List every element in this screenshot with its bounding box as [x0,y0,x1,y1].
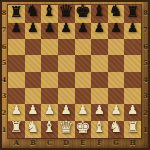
square-f1[interactable]: ♝ [91,121,108,139]
black-king[interactable]: ♚ [75,3,91,21]
square-b4[interactable] [25,72,42,88]
file-label-a: A [14,139,19,147]
square-g6[interactable] [108,39,125,55]
black-pawn[interactable]: ♟ [94,22,105,35]
black-pawn[interactable]: ♟ [110,22,121,35]
black-rook[interactable]: ♜ [10,5,23,20]
black-queen[interactable]: ♛ [59,3,74,20]
square-g7[interactable]: ♟ [108,23,125,39]
square-b1[interactable]: ♞ [25,121,42,139]
white-rook[interactable]: ♜ [126,120,139,135]
square-e1[interactable]: ♚ [75,121,92,139]
black-pawn[interactable]: ♟ [27,22,38,35]
square-a7[interactable]: ♟ [8,23,25,39]
file-labels-bottom: ABCDEFGH [8,137,141,148]
black-pawn[interactable]: ♟ [61,22,72,35]
square-h4[interactable] [124,72,141,88]
square-g1[interactable]: ♞ [108,121,125,139]
square-e5[interactable] [75,55,92,71]
square-b6[interactable] [25,39,42,55]
black-pawn[interactable]: ♟ [11,22,22,35]
black-pawn[interactable]: ♟ [127,22,138,35]
rank-label-left-2: 2 [2,109,7,117]
black-bishop[interactable]: ♝ [92,4,106,20]
rank-label-right-6: 6 [143,43,148,51]
black-knight[interactable]: ♞ [109,4,123,20]
file-label-f: F [97,139,102,147]
file-label-b: B [30,139,36,147]
white-knight[interactable]: ♞ [109,120,123,136]
black-rook[interactable]: ♜ [126,5,139,20]
white-pawn[interactable]: ♟ [11,104,22,117]
square-b7[interactable]: ♟ [25,23,42,39]
rank-label-left-3: 3 [2,92,7,100]
rank-label-right-4: 4 [143,76,148,84]
square-e7[interactable]: ♟ [75,23,92,39]
rank-label-right-5: 5 [143,59,148,67]
chess-app-window: ♜♞♝♛♚♝♞♜♟♟♟♟♟♟♟♟♟♟♟♟♟♟♟♟♜♞♝♛♚♝♞♜ 8765432… [0,0,150,150]
white-bishop[interactable]: ♝ [43,120,57,136]
white-pawn[interactable]: ♟ [44,104,55,117]
square-h5[interactable] [124,55,141,71]
square-h6[interactable] [124,39,141,55]
square-d7[interactable]: ♟ [58,23,75,39]
white-rook[interactable]: ♜ [10,120,23,135]
black-bishop[interactable]: ♝ [43,4,57,20]
square-c7[interactable]: ♟ [41,23,58,39]
file-label-c: C [47,139,52,147]
black-pawn[interactable]: ♟ [77,22,88,35]
square-e4[interactable] [75,72,92,88]
square-f5[interactable] [91,55,108,71]
white-pawn[interactable]: ♟ [127,104,138,117]
black-pawn[interactable]: ♟ [44,22,55,35]
rank-label-right-8: 8 [143,9,148,17]
square-g5[interactable] [108,55,125,71]
square-h1[interactable]: ♜ [124,121,141,139]
square-a1[interactable]: ♜ [8,121,25,139]
square-b5[interactable] [25,55,42,71]
square-c1[interactable]: ♝ [41,121,58,139]
rank-label-right-3: 3 [143,92,148,100]
rank-label-left-7: 7 [2,26,7,34]
rank-labels-left: 87654321 [0,5,8,138]
file-label-g: G [113,139,119,147]
white-knight[interactable]: ♞ [26,120,40,136]
white-pawn[interactable]: ♟ [61,104,72,117]
square-c5[interactable] [41,55,58,71]
white-king[interactable]: ♚ [75,119,91,137]
square-e6[interactable] [75,39,92,55]
white-bishop[interactable]: ♝ [92,120,106,136]
square-h7[interactable]: ♟ [124,23,141,39]
black-knight[interactable]: ♞ [26,4,40,20]
file-label-d: D [63,139,69,147]
square-c4[interactable] [41,72,58,88]
white-pawn[interactable]: ♟ [27,104,38,117]
rank-label-right-2: 2 [143,109,148,117]
rank-label-left-5: 5 [2,59,7,67]
rank-label-right-7: 7 [143,26,148,34]
white-pawn[interactable]: ♟ [110,104,121,117]
rank-label-left-4: 4 [2,76,7,84]
white-pawn[interactable]: ♟ [77,104,88,117]
square-a4[interactable] [8,72,25,88]
file-label-e: E [80,139,85,147]
file-label-h: H [130,139,136,147]
white-pawn[interactable]: ♟ [94,104,105,117]
square-a5[interactable] [8,55,25,71]
rank-labels-right: 87654321 [141,5,150,138]
square-f4[interactable] [91,72,108,88]
rank-label-left-8: 8 [2,9,7,17]
rank-label-left-6: 6 [2,43,7,51]
square-d6[interactable] [58,39,75,55]
square-c6[interactable] [41,39,58,55]
rank-label-left-1: 1 [2,126,7,134]
square-f7[interactable]: ♟ [91,23,108,39]
chess-board[interactable]: ♜♞♝♛♚♝♞♜♟♟♟♟♟♟♟♟♟♟♟♟♟♟♟♟♜♞♝♛♚♝♞♜ [8,5,141,138]
square-a6[interactable] [8,39,25,55]
square-d1[interactable]: ♛ [58,121,75,139]
square-f6[interactable] [91,39,108,55]
square-g4[interactable] [108,72,125,88]
white-queen[interactable]: ♛ [59,119,74,136]
square-d4[interactable] [58,72,75,88]
square-d5[interactable] [58,55,75,71]
rank-label-right-1: 1 [143,126,148,134]
